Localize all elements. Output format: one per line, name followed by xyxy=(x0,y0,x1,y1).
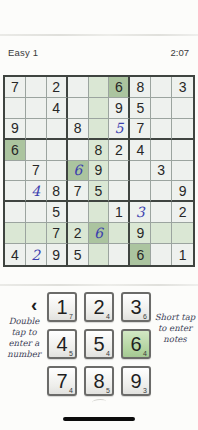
torn-paper-edge-middle xyxy=(0,284,198,286)
cell-r8c7[interactable]: 9 xyxy=(130,223,151,244)
cell-r5c4[interactable]: 6 xyxy=(68,161,89,182)
pad-button-6[interactable]: 64 xyxy=(121,329,151,359)
cell-r2c3[interactable]: 4 xyxy=(47,98,68,119)
cell-r8c3[interactable]: 7 xyxy=(47,223,68,244)
given-digit: 7 xyxy=(136,120,144,136)
cell-r4c8[interactable] xyxy=(151,140,172,161)
pad-remaining-count: 3 xyxy=(143,387,147,394)
given-digit: 4 xyxy=(11,247,19,263)
given-digit: 6 xyxy=(11,142,19,158)
cell-r2c8[interactable] xyxy=(151,98,172,119)
cell-r6c1[interactable] xyxy=(5,181,26,202)
cell-r1c7[interactable]: 8 xyxy=(130,77,151,98)
cell-r5c1[interactable] xyxy=(5,161,26,182)
cell-r9c1[interactable]: 4 xyxy=(5,244,26,265)
cell-r3c5[interactable] xyxy=(89,119,110,140)
pad-remaining-count: 4 xyxy=(106,350,110,357)
cell-r3c2[interactable] xyxy=(26,119,47,140)
pad-button-9[interactable]: 93 xyxy=(121,366,151,396)
cell-r7c6[interactable]: 1 xyxy=(109,202,130,223)
cell-r1c4[interactable] xyxy=(68,77,89,98)
pad-remaining-count: 5 xyxy=(106,387,110,394)
cell-r8c1[interactable] xyxy=(5,223,26,244)
cell-r1c3[interactable]: 2 xyxy=(47,77,68,98)
torn-paper-edge-top xyxy=(0,34,198,36)
cell-r4c4[interactable] xyxy=(68,140,89,161)
pad-digit: 8 xyxy=(93,371,104,391)
cell-r7c7[interactable]: 3 xyxy=(130,202,151,223)
cell-r6c2[interactable]: 4 xyxy=(26,181,47,202)
given-digit: 8 xyxy=(136,79,144,95)
cell-r3c6[interactable]: 5 xyxy=(109,119,130,140)
given-digit: 3 xyxy=(157,162,165,178)
cell-r9c9[interactable]: 1 xyxy=(172,244,193,265)
pad-digit: 4 xyxy=(56,334,67,354)
given-digit: 4 xyxy=(136,142,144,158)
cell-r3c8[interactable] xyxy=(151,119,172,140)
cell-r5c8[interactable]: 3 xyxy=(151,161,172,182)
cell-r4c2[interactable] xyxy=(26,140,47,161)
pad-remaining-count: 4 xyxy=(143,350,147,357)
pad-remaining-count: 6 xyxy=(143,313,147,320)
given-digit: 7 xyxy=(11,79,19,95)
pad-remaining-count: 4 xyxy=(69,387,73,394)
given-digit: 8 xyxy=(52,183,60,199)
cell-r6c3[interactable]: 8 xyxy=(47,181,68,202)
cell-r3c3[interactable] xyxy=(47,119,68,140)
cell-r3c4[interactable]: 8 xyxy=(68,119,89,140)
cell-r8c8[interactable] xyxy=(151,223,172,244)
given-digit: 5 xyxy=(74,247,82,263)
given-digit: 2 xyxy=(115,142,123,158)
cell-r5c9[interactable] xyxy=(172,161,193,182)
given-digit: 7 xyxy=(52,225,60,241)
pad-button-2[interactable]: 24 xyxy=(84,292,114,322)
cell-r2c9[interactable] xyxy=(172,98,193,119)
cell-r8c5[interactable]: 6 xyxy=(89,223,110,244)
given-digit: 2 xyxy=(179,204,187,220)
cell-r9c4[interactable]: 5 xyxy=(68,244,89,265)
given-digit: 6 xyxy=(136,247,144,263)
cell-r4c7[interactable]: 4 xyxy=(130,140,151,161)
pad-button-7[interactable]: 74 xyxy=(47,366,77,396)
sudoku-board: 726834959857682476934875951327269429561 xyxy=(3,75,195,267)
given-digit: 1 xyxy=(179,247,187,263)
pad-digit: 2 xyxy=(93,297,104,317)
given-digit: 9 xyxy=(52,247,60,263)
cell-r6c8[interactable] xyxy=(151,181,172,202)
pad-button-4[interactable]: 45 xyxy=(47,329,77,359)
cell-r8c6[interactable] xyxy=(109,223,130,244)
cell-r5c7[interactable] xyxy=(130,161,151,182)
pad-button-3[interactable]: 36 xyxy=(121,292,151,322)
given-digit: 7 xyxy=(74,183,82,199)
given-digit: 9 xyxy=(136,225,144,241)
pad-remaining-count: 4 xyxy=(106,313,110,320)
given-digit: 2 xyxy=(52,79,60,95)
user-digit: 4 xyxy=(31,183,40,199)
cell-r4c6[interactable]: 2 xyxy=(109,140,130,161)
cell-r6c7[interactable] xyxy=(130,181,151,202)
given-digit: 8 xyxy=(74,120,82,136)
number-pad: 172436455464748593 xyxy=(47,292,151,396)
given-digit: 5 xyxy=(136,100,144,116)
cell-r1c2[interactable] xyxy=(26,77,47,98)
user-digit: 5 xyxy=(114,120,123,136)
cell-r3c9[interactable] xyxy=(172,119,193,140)
user-digit: 6 xyxy=(73,162,82,178)
cell-r5c2[interactable]: 7 xyxy=(26,161,47,182)
given-digit: 2 xyxy=(74,225,82,241)
pad-button-8[interactable]: 85 xyxy=(84,366,114,396)
right-hint-text: Short tap to enter notes xyxy=(153,312,197,345)
cell-r5c3[interactable] xyxy=(47,161,68,182)
user-digit: 6 xyxy=(94,225,103,241)
user-digit: 3 xyxy=(136,204,145,220)
cell-r1c5[interactable] xyxy=(89,77,110,98)
given-digit: 9 xyxy=(11,120,19,136)
cell-r8c9[interactable] xyxy=(172,223,193,244)
pad-digit: 7 xyxy=(56,371,67,391)
cell-r9c6[interactable] xyxy=(109,244,130,265)
cell-r9c7[interactable]: 6 xyxy=(130,244,151,265)
given-digit: 5 xyxy=(95,183,103,199)
cell-r6c6[interactable] xyxy=(109,181,130,202)
cell-r2c1[interactable] xyxy=(5,98,26,119)
cell-r2c2[interactable] xyxy=(26,98,47,119)
pad-digit: 3 xyxy=(130,297,141,317)
cell-r4c9[interactable] xyxy=(172,140,193,161)
pad-digit: 9 xyxy=(130,371,141,391)
given-digit: 9 xyxy=(95,162,103,178)
pad-button-1[interactable]: 17 xyxy=(47,292,77,322)
cell-r9c3[interactable]: 9 xyxy=(47,244,68,265)
paper-curl-mark xyxy=(92,399,106,405)
left-hint-text: Double tap to enter a number xyxy=(1,316,47,360)
pad-button-5[interactable]: 54 xyxy=(84,329,114,359)
cell-r6c4[interactable]: 7 xyxy=(68,181,89,202)
cell-r6c5[interactable]: 5 xyxy=(89,181,110,202)
timer: 2:07 xyxy=(171,47,190,58)
cell-r1c1[interactable]: 7 xyxy=(5,77,26,98)
given-digit: 1 xyxy=(115,204,123,220)
cell-r7c9[interactable]: 2 xyxy=(172,202,193,223)
cell-r6c9[interactable]: 9 xyxy=(172,181,193,202)
given-digit: 9 xyxy=(179,183,187,199)
cell-r7c8[interactable] xyxy=(151,202,172,223)
cell-r4c5[interactable]: 8 xyxy=(89,140,110,161)
cell-r7c5[interactable] xyxy=(89,202,110,223)
cell-r7c4[interactable] xyxy=(68,202,89,223)
cell-r3c7[interactable]: 7 xyxy=(130,119,151,140)
cell-r2c5[interactable] xyxy=(89,98,110,119)
cell-r3c1[interactable]: 9 xyxy=(5,119,26,140)
given-digit: 7 xyxy=(32,162,40,178)
given-digit: 9 xyxy=(115,100,123,116)
user-digit: 2 xyxy=(31,247,40,263)
cell-r5c5[interactable]: 9 xyxy=(89,161,110,182)
pad-remaining-count: 5 xyxy=(69,350,73,357)
game-header: Easy 1 2:07 xyxy=(0,47,198,61)
pad-digit: 6 xyxy=(130,334,141,354)
cell-r7c3[interactable]: 5 xyxy=(47,202,68,223)
cell-r4c1[interactable]: 6 xyxy=(5,140,26,161)
cell-r1c6[interactable]: 6 xyxy=(109,77,130,98)
cell-r2c4[interactable] xyxy=(68,98,89,119)
back-chevron-icon[interactable]: ‹ xyxy=(31,295,37,315)
cell-r2c7[interactable]: 5 xyxy=(130,98,151,119)
cell-r2c6[interactable]: 9 xyxy=(109,98,130,119)
cell-r5c6[interactable] xyxy=(109,161,130,182)
pad-digit: 1 xyxy=(56,297,67,317)
pad-digit: 5 xyxy=(93,334,104,354)
given-digit: 6 xyxy=(115,79,123,95)
cell-r1c8[interactable] xyxy=(151,77,172,98)
cell-r9c8[interactable] xyxy=(151,244,172,265)
given-digit: 3 xyxy=(179,79,187,95)
given-digit: 5 xyxy=(52,204,60,220)
cell-r1c9[interactable]: 3 xyxy=(172,77,193,98)
home-indicator[interactable] xyxy=(63,417,135,421)
cell-r8c4[interactable]: 2 xyxy=(68,223,89,244)
given-digit: 8 xyxy=(95,142,103,158)
cell-r8c2[interactable] xyxy=(26,223,47,244)
cell-r9c2[interactable]: 2 xyxy=(26,244,47,265)
given-digit: 4 xyxy=(52,100,60,116)
cell-r7c2[interactable] xyxy=(26,202,47,223)
cell-r4c3[interactable] xyxy=(47,140,68,161)
difficulty-label: Easy 1 xyxy=(8,47,38,58)
cell-r9c5[interactable] xyxy=(89,244,110,265)
cell-r7c1[interactable] xyxy=(5,202,26,223)
pad-remaining-count: 7 xyxy=(69,313,73,320)
